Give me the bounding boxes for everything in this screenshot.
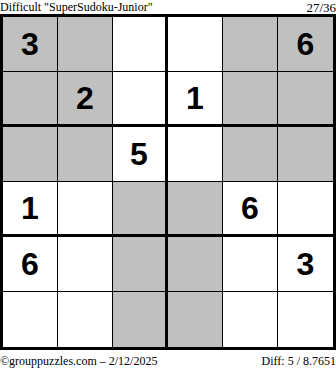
- cell-r3c2[interactable]: [58, 127, 113, 182]
- cell-r1c1[interactable]: 3: [3, 17, 58, 72]
- cell-r2c2[interactable]: 2: [58, 72, 113, 127]
- difficulty-text: Diff: 5 / 8.7651: [262, 354, 336, 369]
- sudoku-board: 362151663: [0, 14, 336, 350]
- cell-r6c6[interactable]: [278, 292, 333, 347]
- cell-r1c2[interactable]: [58, 17, 113, 72]
- cell-r6c4[interactable]: [168, 292, 223, 347]
- cell-r3c1[interactable]: [3, 127, 58, 182]
- cell-r2c5[interactable]: [223, 72, 278, 127]
- cell-r3c6[interactable]: [278, 127, 333, 182]
- cell-r2c1[interactable]: [3, 72, 58, 127]
- cell-r1c5[interactable]: [223, 17, 278, 72]
- cell-r3c4[interactable]: [168, 127, 223, 182]
- cell-r6c2[interactable]: [58, 292, 113, 347]
- cell-r2c3[interactable]: [113, 72, 168, 127]
- copyright-text: ©grouppuzzles.com – 2/12/2025: [0, 354, 157, 369]
- cell-r5c3[interactable]: [113, 237, 168, 292]
- puzzle-page: Difficult "SuperSudoku-Junior" 27/36 362…: [0, 0, 336, 370]
- cell-r3c5[interactable]: [223, 127, 278, 182]
- cell-r6c3[interactable]: [113, 292, 168, 347]
- cells-remaining-counter: 27/36: [306, 1, 336, 14]
- cell-r5c2[interactable]: [58, 237, 113, 292]
- cell-r4c4[interactable]: [168, 182, 223, 237]
- cell-r3c3[interactable]: 5: [113, 127, 168, 182]
- header: Difficult "SuperSudoku-Junior" 27/36: [0, 0, 336, 14]
- cell-r2c4[interactable]: 1: [168, 72, 223, 127]
- cell-r5c6[interactable]: 3: [278, 237, 333, 292]
- cell-r6c1[interactable]: [3, 292, 58, 347]
- cell-r4c5[interactable]: 6: [223, 182, 278, 237]
- cell-r4c6[interactable]: [278, 182, 333, 237]
- cell-r4c2[interactable]: [58, 182, 113, 237]
- cell-r4c3[interactable]: [113, 182, 168, 237]
- cell-r1c4[interactable]: [168, 17, 223, 72]
- cell-r2c6[interactable]: [278, 72, 333, 127]
- cell-r5c5[interactable]: [223, 237, 278, 292]
- cell-r4c1[interactable]: 1: [3, 182, 58, 237]
- footer: ©grouppuzzles.com – 2/12/2025 Diff: 5 / …: [0, 352, 336, 370]
- cell-r5c1[interactable]: 6: [3, 237, 58, 292]
- cell-r6c5[interactable]: [223, 292, 278, 347]
- puzzle-title: Difficult "SuperSudoku-Junior": [0, 1, 153, 14]
- cell-r1c3[interactable]: [113, 17, 168, 72]
- cell-r1c6[interactable]: 6: [278, 17, 333, 72]
- cell-r5c4[interactable]: [168, 237, 223, 292]
